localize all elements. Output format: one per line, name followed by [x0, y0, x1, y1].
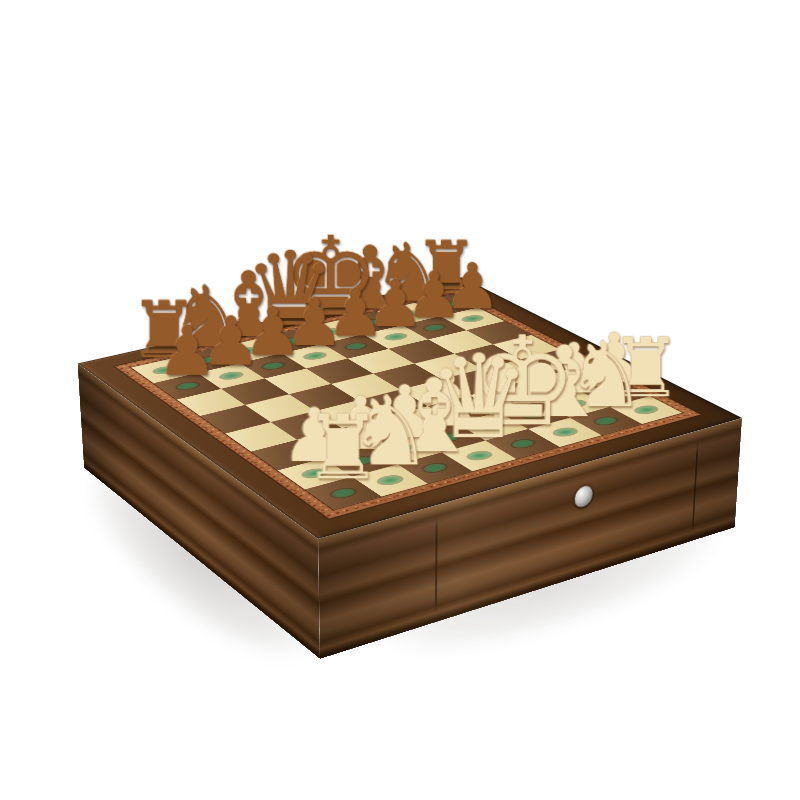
product-photo-scene: ♜♞♝♛♚♝♞♜♟♟♟♟♟♟♟♟♟♟♟♟♟♟♟♟♜♞♝♛♚♝♞♜ — [0, 0, 800, 800]
drawer-knob[interactable] — [574, 484, 593, 510]
piece-black-pawn[interactable]: ♟ — [117, 318, 256, 386]
chess-box: ♜♞♝♛♚♝♞♜♟♟♟♟♟♟♟♟♟♟♟♟♟♟♟♟♜♞♝♛♚♝♞♜ — [78, 277, 743, 539]
square-a7[interactable]: ♟ — [154, 373, 221, 399]
drawer-seam-right — [692, 442, 699, 532]
square-a1[interactable]: ♜ — [305, 477, 381, 510]
piece-white-rook[interactable]: ♜ — [265, 404, 421, 493]
drawer-seam-left — [435, 517, 438, 613]
